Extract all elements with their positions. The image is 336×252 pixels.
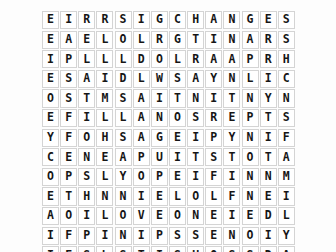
grid-cell-r9c5[interactable]: Y bbox=[115, 168, 132, 186]
grid-cell-r4c6[interactable]: L bbox=[133, 70, 150, 88]
grid-cell-r1c4[interactable]: R bbox=[96, 11, 113, 29]
grid-cell-r9c9[interactable]: I bbox=[187, 168, 204, 186]
grid-cell-r12c12[interactable]: O bbox=[242, 227, 259, 245]
grid-cell-r11c10[interactable]: E bbox=[205, 207, 222, 225]
grid-cell-r13c13[interactable]: D bbox=[260, 246, 277, 252]
grid-cell-r12c5[interactable]: N bbox=[115, 227, 132, 245]
grid-cell-r13c3[interactable]: S bbox=[78, 246, 95, 252]
grid-cell-r12c1[interactable]: I bbox=[42, 227, 59, 245]
grid-cell-r4c1[interactable]: E bbox=[42, 70, 59, 88]
grid-cell-r2c1[interactable]: E bbox=[42, 31, 59, 49]
grid-cell-r3c11[interactable]: A bbox=[223, 50, 240, 68]
grid-cell-r10c3[interactable]: H bbox=[78, 187, 95, 205]
grid-cell-r11c9[interactable]: N bbox=[187, 207, 204, 225]
grid-cell-r9c1[interactable]: O bbox=[42, 168, 59, 186]
grid-cell-r10c5[interactable]: N bbox=[115, 187, 132, 205]
grid-cell-r7c1[interactable]: Y bbox=[42, 129, 59, 147]
grid-cell-r4c14[interactable]: C bbox=[278, 70, 295, 88]
grid-cell-r6c14[interactable]: S bbox=[278, 109, 295, 127]
grid-cell-r6c13[interactable]: T bbox=[260, 109, 277, 127]
grid-cell-r5c5[interactable]: S bbox=[115, 89, 132, 107]
grid-cell-r12c8[interactable]: S bbox=[169, 227, 186, 245]
grid-cell-r5c9[interactable]: N bbox=[187, 89, 204, 107]
grid-cell-r11c12[interactable]: E bbox=[242, 207, 259, 225]
grid-cell-r1c8[interactable]: C bbox=[169, 11, 186, 29]
grid-cell-r13c12[interactable]: S bbox=[242, 246, 259, 252]
grid-cell-r13c4[interactable]: L bbox=[96, 246, 113, 252]
grid-cell-r12c4[interactable]: I bbox=[96, 227, 113, 245]
grid-cell-r8c7[interactable]: U bbox=[151, 148, 168, 166]
grid-cell-r5c12[interactable]: N bbox=[242, 89, 259, 107]
grid-cell-r10c12[interactable]: N bbox=[242, 187, 259, 205]
grid-cell-r4c9[interactable]: A bbox=[187, 70, 204, 88]
grid-cell-r8c12[interactable]: O bbox=[242, 148, 259, 166]
grid-cell-r8c1[interactable]: C bbox=[42, 148, 59, 166]
grid-cell-r3c14[interactable]: H bbox=[278, 50, 295, 68]
grid-cell-r7c8[interactable]: E bbox=[169, 129, 186, 147]
grid-cell-r5c8[interactable]: T bbox=[169, 89, 186, 107]
grid-cell-r13c1[interactable]: I bbox=[42, 246, 59, 252]
grid-cell-r1c14[interactable]: S bbox=[278, 11, 295, 29]
grid-cell-r4c4[interactable]: I bbox=[96, 70, 113, 88]
grid-cell-r3c5[interactable]: L bbox=[115, 50, 132, 68]
grid-cell-r13c6[interactable]: T bbox=[133, 246, 150, 252]
grid-cell-r12c10[interactable]: E bbox=[205, 227, 222, 245]
grid-cell-r7c10[interactable]: P bbox=[205, 129, 222, 147]
grid-cell-r9c10[interactable]: F bbox=[205, 168, 222, 186]
grid-cell-r2c14[interactable]: S bbox=[278, 31, 295, 49]
grid-cell-r5c11[interactable]: T bbox=[223, 89, 240, 107]
grid-cell-r4c3[interactable]: A bbox=[78, 70, 95, 88]
grid-cell-r5c6[interactable]: A bbox=[133, 89, 150, 107]
grid-cell-r8c13[interactable]: T bbox=[260, 148, 277, 166]
grid-cell-r2c5[interactable]: O bbox=[115, 31, 132, 49]
grid-cell-r6c6[interactable]: A bbox=[133, 109, 150, 127]
grid-cell-r2c13[interactable]: R bbox=[260, 31, 277, 49]
grid-cell-r12c11[interactable]: N bbox=[223, 227, 240, 245]
grid-cell-r2c3[interactable]: E bbox=[78, 31, 95, 49]
grid-cell-r12c14[interactable]: Y bbox=[278, 227, 295, 245]
grid-cell-r9c2[interactable]: P bbox=[60, 168, 77, 186]
grid-cell-r7c7[interactable]: G bbox=[151, 129, 168, 147]
grid-cell-r9c3[interactable]: S bbox=[78, 168, 95, 186]
grid-cell-r7c13[interactable]: I bbox=[260, 129, 277, 147]
grid-cell-r9c12[interactable]: N bbox=[242, 168, 259, 186]
grid-cell-r3c4[interactable]: L bbox=[96, 50, 113, 68]
grid-cell-r1c7[interactable]: G bbox=[151, 11, 168, 29]
grid-cell-r1c2[interactable]: I bbox=[60, 11, 77, 29]
grid-cell-r13c5[interactable]: S bbox=[115, 246, 132, 252]
grid-cell-r7c12[interactable]: N bbox=[242, 129, 259, 147]
grid-cell-r5c1[interactable]: O bbox=[42, 89, 59, 107]
grid-cell-r4c5[interactable]: D bbox=[115, 70, 132, 88]
grid-cell-r12c7[interactable]: P bbox=[151, 227, 168, 245]
grid-cell-r10c7[interactable]: E bbox=[151, 187, 168, 205]
grid-cell-r7c9[interactable]: I bbox=[187, 129, 204, 147]
grid-cell-r3c6[interactable]: D bbox=[133, 50, 150, 68]
grid-cell-r2c6[interactable]: L bbox=[133, 31, 150, 49]
grid-cell-r12c3[interactable]: P bbox=[78, 227, 95, 245]
grid-cell-r8c3[interactable]: N bbox=[78, 148, 95, 166]
grid-cell-r12c9[interactable]: S bbox=[187, 227, 204, 245]
grid-cell-r11c6[interactable]: V bbox=[133, 207, 150, 225]
grid-cell-r4c7[interactable]: W bbox=[151, 70, 168, 88]
grid-cell-r7c14[interactable]: F bbox=[278, 129, 295, 147]
grid-cell-r13c9[interactable]: U bbox=[187, 246, 204, 252]
grid-cell-r10c14[interactable]: I bbox=[278, 187, 295, 205]
grid-cell-r2c8[interactable]: G bbox=[169, 31, 186, 49]
grid-cell-r1c11[interactable]: N bbox=[223, 11, 240, 29]
grid-cell-r6c7[interactable]: N bbox=[151, 109, 168, 127]
grid-cell-r5c3[interactable]: T bbox=[78, 89, 95, 107]
grid-cell-r4c8[interactable]: S bbox=[169, 70, 186, 88]
grid-cell-r8c6[interactable]: P bbox=[133, 148, 150, 166]
grid-cell-r11c8[interactable]: O bbox=[169, 207, 186, 225]
grid-cell-r3c13[interactable]: R bbox=[260, 50, 277, 68]
grid-cell-r11c3[interactable]: I bbox=[78, 207, 95, 225]
grid-cell-r10c9[interactable]: O bbox=[187, 187, 204, 205]
grid-cell-r8c10[interactable]: S bbox=[205, 148, 222, 166]
grid-cell-r1c6[interactable]: I bbox=[133, 11, 150, 29]
grid-cell-r3c9[interactable]: R bbox=[187, 50, 204, 68]
grid-cell-r13c14[interactable]: A bbox=[278, 246, 295, 252]
grid-cell-r4c13[interactable]: I bbox=[260, 70, 277, 88]
grid-cell-r8c14[interactable]: A bbox=[278, 148, 295, 166]
grid-cell-r8c11[interactable]: T bbox=[223, 148, 240, 166]
grid-cell-r1c5[interactable]: S bbox=[115, 11, 132, 29]
grid-cell-r6c2[interactable]: F bbox=[60, 109, 77, 127]
grid-cell-r9c7[interactable]: P bbox=[151, 168, 168, 186]
grid-cell-r13c2[interactable]: E bbox=[60, 246, 77, 252]
grid-cell-r6c4[interactable]: L bbox=[96, 109, 113, 127]
grid-cell-r13c11[interactable]: S bbox=[223, 246, 240, 252]
grid-cell-r11c2[interactable]: O bbox=[60, 207, 77, 225]
grid-cell-r11c11[interactable]: I bbox=[223, 207, 240, 225]
grid-cell-r7c11[interactable]: Y bbox=[223, 129, 240, 147]
grid-cell-r7c4[interactable]: H bbox=[96, 129, 113, 147]
grid-cell-r9c8[interactable]: E bbox=[169, 168, 186, 186]
grid-cell-r6c9[interactable]: S bbox=[187, 109, 204, 127]
grid-cell-r1c9[interactable]: H bbox=[187, 11, 204, 29]
grid-cell-r6c12[interactable]: P bbox=[242, 109, 259, 127]
grid-cell-r1c12[interactable]: G bbox=[242, 11, 259, 29]
grid-cell-r3c8[interactable]: L bbox=[169, 50, 186, 68]
grid-cell-r12c6[interactable]: I bbox=[133, 227, 150, 245]
grid-cell-r4c10[interactable]: Y bbox=[205, 70, 222, 88]
grid-cell-r10c13[interactable]: E bbox=[260, 187, 277, 205]
grid-cell-r3c7[interactable]: O bbox=[151, 50, 168, 68]
grid-cell-r1c3[interactable]: R bbox=[78, 11, 95, 29]
grid-cell-r11c5[interactable]: O bbox=[115, 207, 132, 225]
grid-cell-r10c4[interactable]: N bbox=[96, 187, 113, 205]
grid-cell-r6c5[interactable]: L bbox=[115, 109, 132, 127]
grid-cell-r13c10[interactable]: O bbox=[205, 246, 222, 252]
grid-cell-r10c8[interactable]: L bbox=[169, 187, 186, 205]
grid-cell-r2c7[interactable]: R bbox=[151, 31, 168, 49]
grid-cell-r2c2[interactable]: A bbox=[60, 31, 77, 49]
grid-cell-r13c8[interactable]: S bbox=[169, 246, 186, 252]
grid-cell-r2c9[interactable]: T bbox=[187, 31, 204, 49]
grid-cell-r8c2[interactable]: E bbox=[60, 148, 77, 166]
grid-cell-r5c4[interactable]: M bbox=[96, 89, 113, 107]
grid-cell-r10c1[interactable]: E bbox=[42, 187, 59, 205]
grid-cell-r11c14[interactable]: L bbox=[278, 207, 295, 225]
grid-cell-r10c6[interactable]: I bbox=[133, 187, 150, 205]
grid-cell-r4c12[interactable]: L bbox=[242, 70, 259, 88]
grid-cell-r5c10[interactable]: I bbox=[205, 89, 222, 107]
grid-cell-r12c13[interactable]: I bbox=[260, 227, 277, 245]
grid-cell-r1c13[interactable]: E bbox=[260, 11, 277, 29]
grid-cell-r6c3[interactable]: I bbox=[78, 109, 95, 127]
grid-cell-r3c10[interactable]: A bbox=[205, 50, 222, 68]
grid-cell-r12c2[interactable]: F bbox=[60, 227, 77, 245]
grid-cell-r11c7[interactable]: E bbox=[151, 207, 168, 225]
grid-cell-r7c2[interactable]: F bbox=[60, 129, 77, 147]
grid-cell-r5c7[interactable]: I bbox=[151, 89, 168, 107]
grid-cell-r11c4[interactable]: L bbox=[96, 207, 113, 225]
grid-cell-r9c11[interactable]: I bbox=[223, 168, 240, 186]
grid-cell-r3c12[interactable]: P bbox=[242, 50, 259, 68]
grid-cell-r9c4[interactable]: L bbox=[96, 168, 113, 186]
grid-cell-r7c6[interactable]: A bbox=[133, 129, 150, 147]
grid-cell-r3c1[interactable]: I bbox=[42, 50, 59, 68]
grid-cell-r11c1[interactable]: A bbox=[42, 207, 59, 225]
grid-cell-r3c2[interactable]: P bbox=[60, 50, 77, 68]
grid-cell-r7c5[interactable]: S bbox=[115, 129, 132, 147]
grid-cell-r8c8[interactable]: I bbox=[169, 148, 186, 166]
grid-cell-r8c5[interactable]: A bbox=[115, 148, 132, 166]
grid-cell-r2c12[interactable]: A bbox=[242, 31, 259, 49]
grid-cell-r5c13[interactable]: Y bbox=[260, 89, 277, 107]
grid-cell-r6c1[interactable]: E bbox=[42, 109, 59, 127]
grid-cell-r8c9[interactable]: T bbox=[187, 148, 204, 166]
grid-cell-r13c7[interactable]: I bbox=[151, 246, 168, 252]
grid-cell-r1c1[interactable]: E bbox=[42, 11, 59, 29]
grid-cell-r10c11[interactable]: F bbox=[223, 187, 240, 205]
grid-cell-r6c11[interactable]: E bbox=[223, 109, 240, 127]
grid-cell-r11c13[interactable]: D bbox=[260, 207, 277, 225]
grid-cell-r7c3[interactable]: O bbox=[78, 129, 95, 147]
grid-cell-r10c2[interactable]: T bbox=[60, 187, 77, 205]
grid-cell-r9c13[interactable]: N bbox=[260, 168, 277, 186]
grid-cell-r6c8[interactable]: O bbox=[169, 109, 186, 127]
grid-cell-r2c10[interactable]: I bbox=[205, 31, 222, 49]
grid-cell-r2c4[interactable]: L bbox=[96, 31, 113, 49]
grid-cell-r1c10[interactable]: A bbox=[205, 11, 222, 29]
grid-cell-r10c10[interactable]: L bbox=[205, 187, 222, 205]
grid-cell-r4c2[interactable]: S bbox=[60, 70, 77, 88]
grid-cell-r9c14[interactable]: M bbox=[278, 168, 295, 186]
word-search-grid: EIRRSIGCHANGESEAELOLRGTINARSIPLLLDOLRAAP… bbox=[42, 11, 295, 252]
grid-cell-r6c10[interactable]: R bbox=[205, 109, 222, 127]
grid-cell-r5c2[interactable]: S bbox=[60, 89, 77, 107]
grid-cell-r4c11[interactable]: N bbox=[223, 70, 240, 88]
grid-cell-r3c3[interactable]: L bbox=[78, 50, 95, 68]
grid-cell-r8c4[interactable]: E bbox=[96, 148, 113, 166]
grid-cell-r2c11[interactable]: N bbox=[223, 31, 240, 49]
word-search-board: EIRRSIGCHANGESEAELOLRGTINARSIPLLLDOLRAAP… bbox=[0, 0, 336, 252]
grid-cell-r9c6[interactable]: O bbox=[133, 168, 150, 186]
grid-cell-r5c14[interactable]: N bbox=[278, 89, 295, 107]
